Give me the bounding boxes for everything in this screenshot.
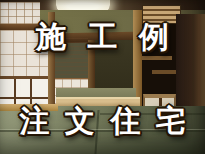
alcove-shelf-lower: [152, 70, 176, 74]
banner-title-bottom: 注 文 住 宅: [0, 101, 205, 142]
banner-title-top: 施 工 例: [0, 17, 205, 58]
banner-photo: 施 工 例 注 文 住 宅: [0, 0, 205, 154]
